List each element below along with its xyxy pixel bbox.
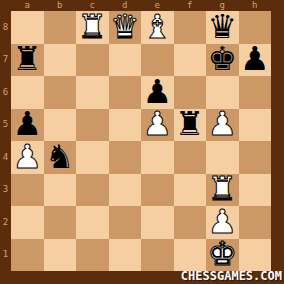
square-e5[interactable]: ♟ xyxy=(141,109,174,142)
square-c2[interactable] xyxy=(76,206,109,239)
square-b4[interactable]: ♞ xyxy=(44,141,77,174)
file-label-a: a xyxy=(25,0,30,11)
square-d8[interactable]: ♛ xyxy=(109,11,142,44)
square-g1[interactable]: ♚ xyxy=(206,239,239,272)
rank-label-3: 3 xyxy=(3,184,8,195)
square-c3[interactable] xyxy=(76,174,109,207)
square-h1[interactable] xyxy=(239,239,272,272)
square-d2[interactable] xyxy=(109,206,142,239)
piece-black-pawn: ♟ xyxy=(240,42,270,75)
square-g5[interactable]: ♟ xyxy=(206,109,239,142)
square-a2[interactable] xyxy=(11,206,44,239)
square-b6[interactable] xyxy=(44,76,77,109)
piece-white-pawn: ♟ xyxy=(12,140,42,173)
square-a7[interactable]: ♜ xyxy=(11,44,44,77)
square-f3[interactable] xyxy=(174,174,207,207)
square-g7[interactable]: ♚ xyxy=(206,44,239,77)
piece-black-rook: ♜ xyxy=(12,42,42,75)
piece-white-rook: ♜ xyxy=(77,10,107,43)
square-b7[interactable] xyxy=(44,44,77,77)
rank-label-7: 7 xyxy=(3,54,8,65)
rank-label-4: 4 xyxy=(3,152,8,163)
square-c5[interactable] xyxy=(76,109,109,142)
square-h4[interactable] xyxy=(239,141,272,174)
rank-label-8: 8 xyxy=(3,22,8,33)
square-h6[interactable] xyxy=(239,76,272,109)
rank-label-1: 1 xyxy=(3,249,8,260)
piece-black-rook: ♜ xyxy=(175,107,205,140)
square-d6[interactable] xyxy=(109,76,142,109)
square-b3[interactable] xyxy=(44,174,77,207)
square-a3[interactable] xyxy=(11,174,44,207)
rank-label-5: 5 xyxy=(3,119,8,130)
square-f8[interactable] xyxy=(174,11,207,44)
square-d1[interactable] xyxy=(109,239,142,272)
square-f1[interactable] xyxy=(174,239,207,272)
piece-white-pawn: ♟ xyxy=(207,107,237,140)
square-e2[interactable] xyxy=(141,206,174,239)
square-e8[interactable]: ♝ xyxy=(141,11,174,44)
chess-diagram: abcdefgh 87654321 ♜♛♝♛♜♚♟♟♟♟♜♟♟♞♜♟♚ CHES… xyxy=(0,0,284,284)
square-b8[interactable] xyxy=(44,11,77,44)
square-c8[interactable]: ♜ xyxy=(76,11,109,44)
piece-black-pawn: ♟ xyxy=(12,107,42,140)
piece-white-pawn: ♟ xyxy=(207,205,237,238)
square-h2[interactable] xyxy=(239,206,272,239)
rank-label-6: 6 xyxy=(3,87,8,98)
file-label-h: h xyxy=(252,0,257,11)
square-h3[interactable] xyxy=(239,174,272,207)
piece-black-king: ♚ xyxy=(207,42,237,75)
piece-white-rook: ♜ xyxy=(207,172,237,205)
square-b2[interactable] xyxy=(44,206,77,239)
chess-board: ♜♛♝♛♜♚♟♟♟♟♜♟♟♞♜♟♚ xyxy=(11,11,271,271)
piece-white-queen: ♛ xyxy=(110,10,140,43)
square-a4[interactable]: ♟ xyxy=(11,141,44,174)
square-d4[interactable] xyxy=(109,141,142,174)
square-f5[interactable]: ♜ xyxy=(174,109,207,142)
square-f2[interactable] xyxy=(174,206,207,239)
piece-black-pawn: ♟ xyxy=(142,75,172,108)
square-c7[interactable] xyxy=(76,44,109,77)
watermark: CHESSGAMES.COM xyxy=(181,270,282,284)
rank-label-2: 2 xyxy=(3,217,8,228)
piece-white-pawn: ♟ xyxy=(142,107,172,140)
piece-black-knight: ♞ xyxy=(45,140,75,173)
square-c4[interactable] xyxy=(76,141,109,174)
square-h7[interactable]: ♟ xyxy=(239,44,272,77)
square-a1[interactable] xyxy=(11,239,44,272)
square-e4[interactable] xyxy=(141,141,174,174)
square-e1[interactable] xyxy=(141,239,174,272)
square-f7[interactable] xyxy=(174,44,207,77)
piece-black-queen: ♛ xyxy=(207,10,237,43)
square-c1[interactable] xyxy=(76,239,109,272)
rank-labels: 87654321 xyxy=(0,11,11,271)
file-label-b: b xyxy=(57,0,62,11)
piece-white-bishop: ♝ xyxy=(142,10,172,43)
square-f4[interactable] xyxy=(174,141,207,174)
square-d7[interactable] xyxy=(109,44,142,77)
square-h5[interactable] xyxy=(239,109,272,142)
square-e3[interactable] xyxy=(141,174,174,207)
square-d3[interactable] xyxy=(109,174,142,207)
square-c6[interactable] xyxy=(76,76,109,109)
square-d5[interactable] xyxy=(109,109,142,142)
piece-white-king: ♚ xyxy=(207,237,237,270)
file-label-f: f xyxy=(187,0,192,11)
square-b1[interactable] xyxy=(44,239,77,272)
